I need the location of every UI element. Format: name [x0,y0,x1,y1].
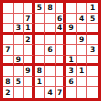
cell-r7c5[interactable] [45,66,56,77]
cell-r4c2[interactable] [14,35,25,46]
given-digit: 2 [5,89,10,97]
cell-r8c4[interactable]: 1 [35,77,46,88]
sudoku-board: 58176453149297639198318516247 [0,0,101,101]
cell-r5c4[interactable] [35,45,46,56]
cell-r3c3[interactable]: 1 [24,24,35,35]
given-digit: 7 [5,46,10,54]
cell-r8c7[interactable]: 6 [66,77,77,88]
cell-r9c5[interactable]: 4 [45,87,56,98]
cell-r7c4[interactable]: 8 [35,66,46,77]
cell-r4c4[interactable] [35,35,46,46]
given-digit: 9 [68,24,73,32]
given-digit: 4 [47,89,52,97]
cell-r3c9[interactable] [87,24,98,35]
cell-r9c8[interactable] [77,87,88,98]
cell-r8c8[interactable] [77,77,88,88]
given-digit: 9 [25,67,30,75]
given-digit: 3 [90,46,95,54]
cell-r4c6[interactable] [56,35,67,46]
cell-r8c2[interactable]: 5 [14,77,25,88]
cell-r3c4[interactable] [35,24,46,35]
cell-r2c5[interactable] [45,14,56,25]
given-digit: 8 [47,4,52,12]
given-digit: 9 [16,56,21,64]
given-digit: 7 [25,15,30,23]
cell-r5c9[interactable]: 3 [87,45,98,56]
cell-r7c7[interactable]: 3 [66,66,77,77]
cell-r4c5[interactable] [45,35,56,46]
cell-r1c9[interactable]: 1 [87,3,98,14]
cell-r4c1[interactable] [3,35,14,46]
cell-r9c4[interactable] [35,87,46,98]
cell-r8c1[interactable]: 8 [3,77,14,88]
cell-r2c1[interactable] [3,14,14,25]
cell-r3c6[interactable]: 4 [56,24,67,35]
cell-r8c3[interactable] [24,77,35,88]
cell-r5c5[interactable]: 6 [45,45,56,56]
cell-r6c6[interactable] [56,56,67,67]
cell-r9c2[interactable] [14,87,25,98]
given-digit: 9 [79,36,84,44]
cell-r6c3[interactable] [24,56,35,67]
given-digit: 1 [37,78,42,86]
cell-r8c5[interactable] [45,77,56,88]
cell-r7c1[interactable] [3,66,14,77]
cell-r2c8[interactable]: 4 [77,14,88,25]
cell-r5c6[interactable] [56,45,67,56]
given-digit: 1 [90,4,95,12]
given-digit: 6 [47,46,52,54]
cell-r3c7[interactable]: 9 [66,24,77,35]
cell-r1c3[interactable] [24,3,35,14]
cell-r4c7[interactable] [66,35,77,46]
cell-r1c1[interactable] [3,3,14,14]
given-digit: 6 [68,78,73,86]
cell-r6c7[interactable]: 1 [66,56,77,67]
given-digit: 5 [90,15,95,23]
given-digit: 4 [79,15,84,23]
given-digit: 4 [57,24,62,32]
cell-r5c1[interactable]: 7 [3,45,14,56]
given-digit: 8 [5,78,10,86]
given-digit: 3 [16,24,21,32]
cell-r7c9[interactable] [87,66,98,77]
cell-r4c9[interactable] [87,35,98,46]
cell-r4c3[interactable]: 2 [24,35,35,46]
cell-r9c3[interactable] [24,87,35,98]
cell-r9c1[interactable]: 2 [3,87,14,98]
given-digit: 1 [68,56,73,64]
cell-r6c4[interactable] [35,56,46,67]
cell-r5c8[interactable] [77,45,88,56]
cell-r3c1[interactable] [3,24,14,35]
cell-r1c4[interactable]: 5 [35,3,46,14]
cell-r7c8[interactable]: 1 [77,66,88,77]
cell-r6c5[interactable] [45,56,56,67]
given-digit: 6 [57,15,62,23]
cell-r1c2[interactable] [14,3,25,14]
cell-r1c7[interactable] [66,3,77,14]
cell-r6c1[interactable] [3,56,14,67]
given-digit: 7 [57,89,62,97]
cell-r9c7[interactable] [66,87,77,98]
cell-r7c2[interactable] [14,66,25,77]
given-digit: 1 [79,67,84,75]
given-digit: 5 [16,78,21,86]
cell-r9c6[interactable]: 7 [56,87,67,98]
cell-r2c9[interactable]: 5 [87,14,98,25]
cell-r6c2[interactable]: 9 [14,56,25,67]
given-digit: 5 [37,4,42,12]
cell-r6c8[interactable] [77,56,88,67]
cell-r1c6[interactable] [56,3,67,14]
cell-r6c9[interactable] [87,56,98,67]
cell-r3c5[interactable] [45,24,56,35]
cell-r9c9[interactable] [87,87,98,98]
cell-r3c2[interactable]: 3 [14,24,25,35]
given-digit: 3 [68,67,73,75]
given-digit: 1 [25,24,30,32]
cell-r1c8[interactable] [77,3,88,14]
cell-r1c5[interactable]: 8 [45,3,56,14]
cell-r8c9[interactable] [87,77,98,88]
cell-r8c6[interactable] [56,77,67,88]
cell-r2c4[interactable] [35,14,46,25]
cell-r7c3[interactable]: 9 [24,66,35,77]
cell-r4c8[interactable]: 9 [77,35,88,46]
given-digit: 2 [25,36,30,44]
cell-r7c6[interactable] [56,66,67,77]
given-digit: 8 [37,67,42,75]
cell-r3c8[interactable] [77,24,88,35]
cell-r5c3[interactable] [24,45,35,56]
